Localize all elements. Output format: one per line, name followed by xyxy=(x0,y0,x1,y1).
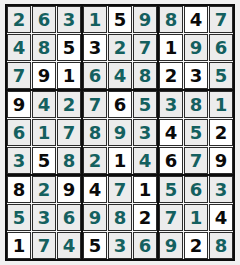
cell-r8c3[interactable]: 6 xyxy=(57,204,81,231)
cell-r4c2[interactable]: 4 xyxy=(32,91,56,118)
cell-r3c9[interactable]: 5 xyxy=(209,62,233,89)
cell-r2c6[interactable]: 7 xyxy=(133,34,157,61)
cell-r1c2[interactable]: 6 xyxy=(32,6,56,33)
box-5: 765893214 xyxy=(83,91,157,174)
cell-r2c1[interactable]: 4 xyxy=(7,34,31,61)
cell-r2c4[interactable]: 3 xyxy=(83,34,107,61)
box-1: 263485791 xyxy=(7,6,81,89)
cell-r8c5[interactable]: 8 xyxy=(108,204,132,231)
box-7: 829536174 xyxy=(7,176,81,259)
cell-r7c8[interactable]: 6 xyxy=(184,176,208,203)
cell-r5c6[interactable]: 3 xyxy=(133,119,157,146)
sudoku-page: 2634857911593276488471962359426173587658… xyxy=(0,0,240,265)
cell-r6c7[interactable]: 6 xyxy=(159,147,183,174)
sudoku-board: 2634857911593276488471962359426173587658… xyxy=(5,4,235,261)
cell-r8c6[interactable]: 2 xyxy=(133,204,157,231)
cell-r9c2[interactable]: 7 xyxy=(32,232,56,259)
cell-r1c3[interactable]: 3 xyxy=(57,6,81,33)
cell-r7c2[interactable]: 2 xyxy=(32,176,56,203)
cell-r4c8[interactable]: 8 xyxy=(184,91,208,118)
cell-r5c8[interactable]: 5 xyxy=(184,119,208,146)
cell-r1c8[interactable]: 4 xyxy=(184,6,208,33)
cell-r3c5[interactable]: 4 xyxy=(108,62,132,89)
cell-r1c6[interactable]: 9 xyxy=(133,6,157,33)
cell-r6c1[interactable]: 3 xyxy=(7,147,31,174)
cell-r7c4[interactable]: 4 xyxy=(83,176,107,203)
cell-r6c6[interactable]: 4 xyxy=(133,147,157,174)
cell-r6c3[interactable]: 8 xyxy=(57,147,81,174)
cell-r4c9[interactable]: 1 xyxy=(209,91,233,118)
cell-r5c9[interactable]: 2 xyxy=(209,119,233,146)
cell-r6c2[interactable]: 5 xyxy=(32,147,56,174)
cell-r9c7[interactable]: 9 xyxy=(159,232,183,259)
box-9: 563714928 xyxy=(159,176,233,259)
cell-r9c5[interactable]: 3 xyxy=(108,232,132,259)
cell-r4c1[interactable]: 9 xyxy=(7,91,31,118)
cell-r7c6[interactable]: 1 xyxy=(133,176,157,203)
cell-r8c9[interactable]: 4 xyxy=(209,204,233,231)
cell-r2c9[interactable]: 6 xyxy=(209,34,233,61)
cell-r2c8[interactable]: 9 xyxy=(184,34,208,61)
cell-r3c4[interactable]: 6 xyxy=(83,62,107,89)
cell-r8c8[interactable]: 1 xyxy=(184,204,208,231)
cell-r6c5[interactable]: 1 xyxy=(108,147,132,174)
cell-r6c4[interactable]: 2 xyxy=(83,147,107,174)
box-8: 471982536 xyxy=(83,176,157,259)
cell-r1c4[interactable]: 1 xyxy=(83,6,107,33)
cell-r2c3[interactable]: 5 xyxy=(57,34,81,61)
cell-r3c6[interactable]: 8 xyxy=(133,62,157,89)
box-2: 159327648 xyxy=(83,6,157,89)
cell-r8c4[interactable]: 9 xyxy=(83,204,107,231)
cell-r5c5[interactable]: 9 xyxy=(108,119,132,146)
cell-r1c5[interactable]: 5 xyxy=(108,6,132,33)
cell-r1c9[interactable]: 7 xyxy=(209,6,233,33)
cell-r3c1[interactable]: 7 xyxy=(7,62,31,89)
cell-r7c9[interactable]: 3 xyxy=(209,176,233,203)
cell-r8c7[interactable]: 7 xyxy=(159,204,183,231)
cell-r5c3[interactable]: 7 xyxy=(57,119,81,146)
cell-r4c6[interactable]: 5 xyxy=(133,91,157,118)
cell-r2c2[interactable]: 8 xyxy=(32,34,56,61)
cell-r5c1[interactable]: 6 xyxy=(7,119,31,146)
cell-r1c7[interactable]: 8 xyxy=(159,6,183,33)
box-6: 381452679 xyxy=(159,91,233,174)
cell-r3c3[interactable]: 1 xyxy=(57,62,81,89)
cell-r9c8[interactable]: 2 xyxy=(184,232,208,259)
cell-r6c9[interactable]: 9 xyxy=(209,147,233,174)
cell-r9c6[interactable]: 6 xyxy=(133,232,157,259)
cell-r2c5[interactable]: 2 xyxy=(108,34,132,61)
cell-r8c1[interactable]: 5 xyxy=(7,204,31,231)
cell-r7c7[interactable]: 5 xyxy=(159,176,183,203)
cell-r5c4[interactable]: 8 xyxy=(83,119,107,146)
cell-r3c8[interactable]: 3 xyxy=(184,62,208,89)
cell-r4c7[interactable]: 3 xyxy=(159,91,183,118)
box-4: 942617358 xyxy=(7,91,81,174)
cell-r6c8[interactable]: 7 xyxy=(184,147,208,174)
cell-r4c4[interactable]: 7 xyxy=(83,91,107,118)
cell-r8c2[interactable]: 3 xyxy=(32,204,56,231)
box-3: 847196235 xyxy=(159,6,233,89)
cell-r1c1[interactable]: 2 xyxy=(7,6,31,33)
cell-r7c5[interactable]: 7 xyxy=(108,176,132,203)
cell-r4c5[interactable]: 6 xyxy=(108,91,132,118)
cell-r7c3[interactable]: 9 xyxy=(57,176,81,203)
cell-r9c4[interactable]: 5 xyxy=(83,232,107,259)
cell-r3c2[interactable]: 9 xyxy=(32,62,56,89)
cell-r5c7[interactable]: 4 xyxy=(159,119,183,146)
cell-r9c3[interactable]: 4 xyxy=(57,232,81,259)
cell-r4c3[interactable]: 2 xyxy=(57,91,81,118)
cell-r9c1[interactable]: 1 xyxy=(7,232,31,259)
cell-r7c1[interactable]: 8 xyxy=(7,176,31,203)
cell-r3c7[interactable]: 2 xyxy=(159,62,183,89)
cell-r9c9[interactable]: 8 xyxy=(209,232,233,259)
cell-r2c7[interactable]: 1 xyxy=(159,34,183,61)
cell-r5c2[interactable]: 1 xyxy=(32,119,56,146)
